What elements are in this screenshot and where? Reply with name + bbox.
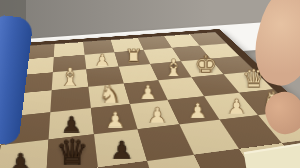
chess-photo-scene: ♟♜♝♝♚♞♟♛♟♟♟♟♟♟♞♟♟♛♟♟♚	[0, 0, 300, 168]
white-pawn-g4[interactable]: ♟	[216, 79, 257, 120]
white-bishop-c6[interactable]: ♝	[52, 55, 88, 91]
square-c3[interactable]: ♛	[46, 134, 98, 168]
white-king-g6[interactable]: ♚	[189, 45, 223, 79]
white-pawn-d7[interactable]: ♟	[86, 38, 118, 70]
black-queen-c3[interactable]: ♛	[47, 122, 97, 168]
white-rook-e7[interactable]: ♜	[118, 36, 150, 68]
black-pawn-d3[interactable]: ♟	[97, 117, 146, 166]
square-e2[interactable]: ♟	[147, 155, 213, 168]
black-pawn-e2[interactable]: ♟	[157, 145, 212, 168]
white-pawn-f4[interactable]: ♟	[177, 83, 219, 125]
square-c6[interactable]: ♝	[52, 69, 89, 90]
square-d3[interactable]: ♟	[94, 129, 147, 167]
